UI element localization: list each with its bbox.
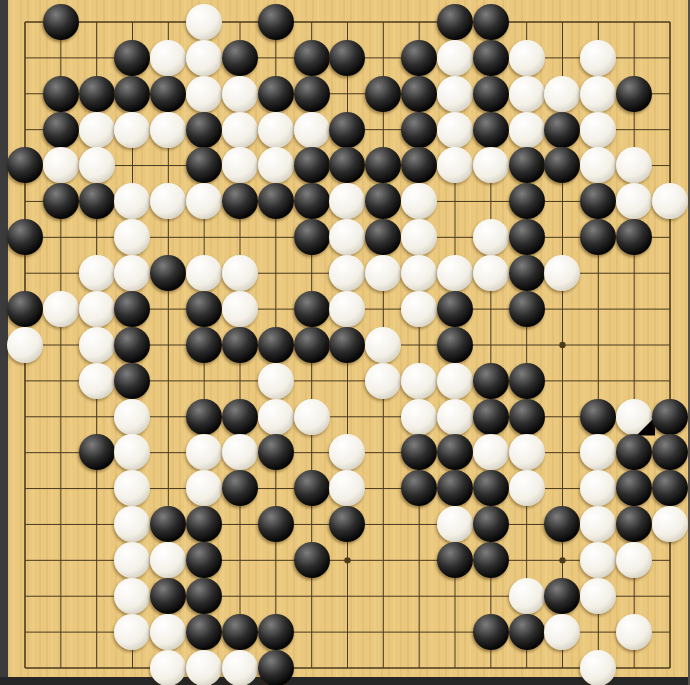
- white-stone: [437, 399, 473, 435]
- white-stone: [544, 255, 580, 291]
- white-stone: [329, 219, 365, 255]
- black-stone: [258, 183, 294, 219]
- white-stone: [79, 112, 115, 148]
- white-stone: [329, 183, 365, 219]
- black-stone: [401, 470, 437, 506]
- black-stone: [150, 255, 186, 291]
- white-stone: [580, 40, 616, 76]
- white-stone: [79, 147, 115, 183]
- white-stone: [43, 291, 79, 327]
- white-stone: [114, 183, 150, 219]
- white-stone: [509, 76, 545, 112]
- white-stone: [437, 255, 473, 291]
- white-stone: [580, 542, 616, 578]
- white-stone: [401, 399, 437, 435]
- black-stone: [114, 40, 150, 76]
- white-stone: [580, 112, 616, 148]
- black-stone: [580, 219, 616, 255]
- black-stone: [473, 470, 509, 506]
- white-stone: [258, 399, 294, 435]
- black-stone: [473, 542, 509, 578]
- white-stone: [114, 614, 150, 650]
- white-stone: [114, 112, 150, 148]
- black-stone: [258, 4, 294, 40]
- black-stone: [473, 40, 509, 76]
- black-stone: [258, 76, 294, 112]
- black-stone: [43, 183, 79, 219]
- white-stone: [473, 147, 509, 183]
- black-stone: [616, 470, 652, 506]
- white-stone: [79, 327, 115, 363]
- white-stone: [150, 183, 186, 219]
- white-stone: [401, 255, 437, 291]
- black-stone: [509, 183, 545, 219]
- white-stone: [437, 40, 473, 76]
- black-stone: [473, 4, 509, 40]
- white-stone: [437, 363, 473, 399]
- black-stone: [294, 291, 330, 327]
- white-stone: [473, 255, 509, 291]
- white-stone: [186, 183, 222, 219]
- white-stone: [437, 147, 473, 183]
- white-stone: [258, 147, 294, 183]
- black-stone: [616, 434, 652, 470]
- white-stone: [509, 434, 545, 470]
- white-stone: [186, 650, 222, 685]
- white-stone: [401, 219, 437, 255]
- white-stone: [544, 614, 580, 650]
- black-stone: [616, 506, 652, 542]
- black-stone: [222, 183, 258, 219]
- black-stone: [258, 506, 294, 542]
- black-stone: [222, 399, 258, 435]
- go-game-screenshot: [0, 0, 690, 685]
- white-stone: [114, 542, 150, 578]
- white-stone: [114, 434, 150, 470]
- black-stone: [544, 112, 580, 148]
- black-stone: [437, 327, 473, 363]
- black-stone: [509, 614, 545, 650]
- white-stone: [616, 399, 652, 435]
- white-stone: [150, 40, 186, 76]
- black-stone: [186, 399, 222, 435]
- black-stone: [401, 434, 437, 470]
- black-stone: [329, 327, 365, 363]
- black-stone: [544, 506, 580, 542]
- black-stone: [7, 147, 43, 183]
- black-stone: [329, 147, 365, 183]
- black-stone: [437, 470, 473, 506]
- black-stone: [509, 363, 545, 399]
- white-stone: [580, 506, 616, 542]
- white-stone: [186, 76, 222, 112]
- white-stone: [79, 291, 115, 327]
- white-stone: [509, 470, 545, 506]
- white-stone: [580, 470, 616, 506]
- white-stone: [329, 291, 365, 327]
- black-stone: [79, 434, 115, 470]
- black-stone: [473, 76, 509, 112]
- black-stone: [401, 147, 437, 183]
- black-stone: [580, 183, 616, 219]
- black-stone: [509, 147, 545, 183]
- white-stone: [186, 40, 222, 76]
- black-stone: [294, 327, 330, 363]
- black-stone: [329, 40, 365, 76]
- white-stone: [114, 399, 150, 435]
- black-stone: [258, 434, 294, 470]
- black-stone: [258, 327, 294, 363]
- white-stone: [222, 76, 258, 112]
- black-stone: [401, 40, 437, 76]
- black-stone: [79, 183, 115, 219]
- go-board[interactable]: [7, 4, 688, 685]
- black-stone: [114, 291, 150, 327]
- white-stone: [186, 470, 222, 506]
- black-stone: [329, 112, 365, 148]
- white-stone: [473, 219, 509, 255]
- white-stone: [258, 112, 294, 148]
- white-stone: [329, 470, 365, 506]
- white-stone: [509, 40, 545, 76]
- white-stone: [150, 650, 186, 685]
- white-stone: [437, 112, 473, 148]
- white-stone: [580, 76, 616, 112]
- white-stone: [114, 470, 150, 506]
- black-stone: [294, 542, 330, 578]
- white-stone: [437, 506, 473, 542]
- black-stone: [43, 4, 79, 40]
- white-stone: [437, 76, 473, 112]
- black-stone: [365, 183, 401, 219]
- black-stone: [150, 578, 186, 614]
- black-stone: [222, 40, 258, 76]
- black-stone: [186, 542, 222, 578]
- black-stone: [616, 219, 652, 255]
- white-stone: [7, 327, 43, 363]
- black-stone: [437, 542, 473, 578]
- black-stone: [222, 470, 258, 506]
- black-stone: [437, 434, 473, 470]
- white-stone: [258, 363, 294, 399]
- white-stone: [401, 363, 437, 399]
- black-stone: [509, 255, 545, 291]
- white-stone: [222, 112, 258, 148]
- black-stone: [473, 399, 509, 435]
- black-stone: [294, 470, 330, 506]
- black-stone: [222, 327, 258, 363]
- white-stone: [401, 183, 437, 219]
- black-stone: [365, 147, 401, 183]
- black-stone: [222, 614, 258, 650]
- white-stone: [186, 434, 222, 470]
- black-stone: [365, 219, 401, 255]
- white-stone: [580, 434, 616, 470]
- white-stone: [114, 219, 150, 255]
- white-stone: [114, 255, 150, 291]
- black-stone: [509, 219, 545, 255]
- black-stone: [473, 112, 509, 148]
- white-stone: [473, 434, 509, 470]
- black-stone: [258, 650, 294, 685]
- black-stone: [473, 506, 509, 542]
- black-stone: [114, 327, 150, 363]
- white-stone: [652, 506, 688, 542]
- black-stone: [186, 112, 222, 148]
- white-stone: [186, 4, 222, 40]
- black-stone: [401, 112, 437, 148]
- white-stone: [79, 363, 115, 399]
- black-stone: [79, 76, 115, 112]
- white-stone: [79, 255, 115, 291]
- white-stone: [114, 578, 150, 614]
- white-stone: [43, 147, 79, 183]
- black-stone: [652, 434, 688, 470]
- white-stone: [616, 147, 652, 183]
- white-stone: [114, 506, 150, 542]
- black-stone: [294, 76, 330, 112]
- black-stone: [401, 76, 437, 112]
- white-stone: [294, 112, 330, 148]
- black-stone: [258, 614, 294, 650]
- white-stone: [222, 434, 258, 470]
- black-stone: [186, 291, 222, 327]
- black-stone: [186, 614, 222, 650]
- black-stone: [186, 578, 222, 614]
- white-stone: [150, 112, 186, 148]
- white-stone: [294, 399, 330, 435]
- white-stone: [509, 578, 545, 614]
- black-stone: [294, 219, 330, 255]
- black-stone: [365, 76, 401, 112]
- white-stone: [222, 650, 258, 685]
- black-stone: [544, 147, 580, 183]
- white-stone: [222, 147, 258, 183]
- black-stone: [473, 363, 509, 399]
- black-stone: [186, 147, 222, 183]
- black-stone: [329, 506, 365, 542]
- white-stone: [401, 291, 437, 327]
- black-stone: [509, 399, 545, 435]
- white-stone: [150, 614, 186, 650]
- black-stone: [437, 4, 473, 40]
- white-stone: [150, 542, 186, 578]
- white-stone: [652, 183, 688, 219]
- black-stone: [652, 470, 688, 506]
- white-stone: [616, 542, 652, 578]
- black-stone: [294, 40, 330, 76]
- black-stone: [150, 506, 186, 542]
- white-stone: [616, 614, 652, 650]
- black-stone: [7, 291, 43, 327]
- black-stone: [509, 291, 545, 327]
- white-stone: [580, 650, 616, 685]
- white-stone: [329, 434, 365, 470]
- white-stone: [365, 327, 401, 363]
- black-stone: [544, 578, 580, 614]
- white-stone: [580, 578, 616, 614]
- black-stone: [652, 399, 688, 435]
- black-stone: [437, 291, 473, 327]
- black-stone: [43, 112, 79, 148]
- white-stone: [544, 76, 580, 112]
- white-stone: [616, 183, 652, 219]
- white-stone: [222, 291, 258, 327]
- white-stone: [365, 363, 401, 399]
- white-stone: [329, 255, 365, 291]
- black-stone: [150, 76, 186, 112]
- black-stone: [580, 399, 616, 435]
- black-stone: [114, 363, 150, 399]
- black-stone: [294, 183, 330, 219]
- black-stone: [186, 327, 222, 363]
- black-stone: [43, 76, 79, 112]
- black-stone: [186, 506, 222, 542]
- black-stone: [616, 76, 652, 112]
- black-stone: [7, 219, 43, 255]
- white-stone: [222, 255, 258, 291]
- white-stone: [365, 255, 401, 291]
- white-stone: [580, 147, 616, 183]
- white-stone: [509, 112, 545, 148]
- black-stone: [473, 614, 509, 650]
- black-stone: [294, 147, 330, 183]
- black-stone: [114, 76, 150, 112]
- white-stone: [186, 255, 222, 291]
